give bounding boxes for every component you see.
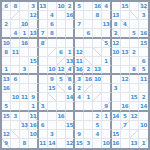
cell-r8-c13-empty[interactable]	[112, 66, 121, 75]
cell-r5-c7-empty[interactable]	[57, 39, 66, 48]
cell-r14-c9-empty[interactable]	[75, 121, 84, 130]
cell-r5-c6-empty[interactable]	[48, 39, 57, 48]
cell-r9-c13-empty[interactable]	[112, 75, 121, 84]
cell-r5-c5-given[interactable]: 8	[39, 39, 48, 48]
cell-r1-c14-given[interactable]: 15	[121, 2, 130, 11]
cell-r11-c7-empty[interactable]	[57, 93, 66, 102]
cell-r15-c11-given[interactable]: 4	[93, 130, 102, 139]
cell-r12-c15-empty[interactable]	[130, 102, 139, 111]
cell-r3-c14-given[interactable]: 4	[121, 20, 130, 29]
cell-r7-c5-empty[interactable]	[39, 57, 48, 66]
cell-r8-c11-given[interactable]: 13	[93, 66, 102, 75]
cell-r13-c6-empty[interactable]	[48, 112, 57, 121]
cell-r7-c11-empty[interactable]	[93, 57, 102, 66]
cell-r11-c4-given[interactable]: 9	[29, 93, 38, 102]
cell-r16-c15-given[interactable]: 13	[130, 139, 139, 148]
cell-r1-c8-given[interactable]: 2	[66, 2, 75, 11]
cell-r14-c10-empty[interactable]	[84, 121, 93, 130]
cell-r3-c15-empty[interactable]	[130, 20, 139, 29]
cell-r12-c8-empty[interactable]	[66, 102, 75, 111]
cell-r15-c13-given[interactable]: 15	[112, 130, 121, 139]
cell-r12-c3-empty[interactable]	[20, 102, 29, 111]
cell-r16-c10-given[interactable]: 3	[84, 139, 93, 148]
cell-r5-c1-given[interactable]: 10	[2, 39, 11, 48]
cell-r9-c7-given[interactable]: 5	[57, 75, 66, 84]
cell-r8-c6-given[interactable]: 10	[48, 66, 57, 75]
cell-r12-c14-given[interactable]: 16	[121, 102, 130, 111]
cell-r5-c15-empty[interactable]	[130, 39, 139, 48]
cell-r12-c16-given[interactable]: 14	[139, 102, 148, 111]
cell-r10-c1-given[interactable]: 16	[2, 84, 11, 93]
cell-r15-c16-empty[interactable]	[139, 130, 148, 139]
cell-r15-c14-empty[interactable]	[121, 130, 130, 139]
cell-r3-c12-given[interactable]: 13	[102, 20, 111, 29]
cell-r12-c13-empty[interactable]	[112, 102, 121, 111]
cell-r8-c1-given[interactable]: 1	[2, 66, 11, 75]
cell-r4-c3-given[interactable]: 1	[20, 29, 29, 38]
cell-r13-c7-given[interactable]: 16	[57, 112, 66, 121]
cell-r1-c16-given[interactable]: 12	[139, 2, 148, 11]
cell-r14-c3-given[interactable]: 13	[20, 121, 29, 130]
cell-r6-c12-empty[interactable]	[102, 48, 111, 57]
cell-r2-c15-empty[interactable]	[130, 11, 139, 20]
cell-r10-c8-given[interactable]: 6	[66, 84, 75, 93]
cell-r12-c2-empty[interactable]	[11, 102, 20, 111]
cell-r9-c8-given[interactable]: 8	[66, 75, 75, 84]
cell-r9-c12-empty[interactable]	[102, 75, 111, 84]
cell-r14-c13-empty[interactable]	[112, 121, 121, 130]
cell-r1-c9-given[interactable]: 5	[75, 2, 84, 11]
cell-r16-c11-empty[interactable]	[93, 139, 102, 148]
cell-r2-c11-given[interactable]: 8	[93, 11, 102, 20]
cell-r16-c14-empty[interactable]	[121, 139, 130, 148]
cell-r14-c1-empty[interactable]	[2, 121, 11, 130]
cell-r3-c7-empty[interactable]	[57, 20, 66, 29]
cell-r2-c16-given[interactable]: 3	[139, 11, 148, 20]
cell-r7-c9-given[interactable]: 11	[75, 57, 84, 66]
cell-r16-c16-given[interactable]: 1	[139, 139, 148, 148]
cell-r2-c1-empty[interactable]	[2, 11, 11, 20]
cell-r5-c10-empty[interactable]	[84, 39, 93, 48]
cell-r1-c1-given[interactable]: 6	[2, 2, 11, 11]
cell-r10-c3-empty[interactable]	[20, 84, 29, 93]
cell-r12-c4-given[interactable]: 1	[29, 102, 38, 111]
cell-r2-c7-empty[interactable]	[57, 11, 66, 20]
cell-r6-c13-given[interactable]: 10	[112, 48, 121, 57]
cell-r11-c9-given[interactable]: 4	[75, 93, 84, 102]
cell-r8-c4-empty[interactable]	[29, 66, 38, 75]
cell-r15-c5-empty[interactable]	[39, 130, 48, 139]
cell-r4-c9-empty[interactable]	[75, 29, 84, 38]
cell-r4-c7-empty[interactable]	[57, 29, 66, 38]
cell-r10-c13-given[interactable]: 3	[112, 84, 121, 93]
cell-r6-c14-given[interactable]: 13	[121, 48, 130, 57]
cell-r7-c6-empty[interactable]	[48, 57, 57, 66]
cell-r5-c14-empty[interactable]	[121, 39, 130, 48]
cell-r9-c4-empty[interactable]	[29, 75, 38, 84]
cell-r4-c16-given[interactable]: 16	[139, 29, 148, 38]
cell-r2-c10-empty[interactable]	[84, 11, 93, 20]
cell-r5-c9-empty[interactable]	[75, 39, 84, 48]
cell-r3-c5-empty[interactable]	[39, 20, 48, 29]
cell-r2-c5-empty[interactable]	[39, 11, 48, 20]
cell-r14-c4-given[interactable]: 16	[29, 121, 38, 130]
cell-r4-c14-empty[interactable]	[121, 29, 130, 38]
cell-r10-c10-empty[interactable]	[84, 84, 93, 93]
cell-r7-c12-given[interactable]: 1	[102, 57, 111, 66]
cell-r3-c3-given[interactable]: 10	[20, 20, 29, 29]
cell-r3-c2-empty[interactable]	[11, 20, 20, 29]
cell-r1-c7-given[interactable]: 10	[57, 2, 66, 11]
cell-r6-c15-given[interactable]: 2	[130, 48, 139, 57]
cell-r9-c9-given[interactable]: 3	[75, 75, 84, 84]
cell-r13-c4-given[interactable]: 11	[29, 112, 38, 121]
cell-r12-c9-empty[interactable]	[75, 102, 84, 111]
cell-r12-c12-given[interactable]: 9	[102, 102, 111, 111]
cell-r9-c14-given[interactable]: 12	[121, 75, 130, 84]
cell-r7-c14-empty[interactable]	[121, 57, 130, 66]
cell-r3-c11-empty[interactable]	[93, 20, 102, 29]
cell-r6-c8-given[interactable]: 1	[66, 48, 75, 57]
cell-r16-c13-given[interactable]: 16	[112, 139, 121, 148]
cell-r6-c1-given[interactable]: 8	[2, 48, 11, 57]
cell-r16-c8-given[interactable]: 12	[66, 139, 75, 148]
cell-r10-c4-empty[interactable]	[29, 84, 38, 93]
cell-r13-c15-given[interactable]: 12	[130, 112, 139, 121]
cell-r10-c5-empty[interactable]	[39, 84, 48, 93]
cell-r8-c14-empty[interactable]	[121, 66, 130, 75]
cell-r2-c13-given[interactable]: 13	[112, 11, 121, 20]
cell-r9-c15-empty[interactable]	[130, 75, 139, 84]
cell-r6-c2-given[interactable]: 11	[11, 48, 20, 57]
cell-r10-c12-empty[interactable]	[102, 84, 111, 93]
cell-r15-c2-empty[interactable]	[11, 130, 20, 139]
cell-r4-c15-given[interactable]: 5	[130, 29, 139, 38]
cell-r7-c4-given[interactable]: 15	[29, 57, 38, 66]
cell-r13-c9-empty[interactable]	[75, 112, 84, 121]
cell-r13-c16-empty[interactable]	[139, 112, 148, 121]
cell-r2-c6-given[interactable]: 4	[48, 11, 57, 20]
cell-r3-c4-empty[interactable]	[29, 20, 38, 29]
cell-r12-c5-given[interactable]: 3	[39, 102, 48, 111]
cell-r9-c11-given[interactable]: 10	[93, 75, 102, 84]
cell-r6-c9-given[interactable]: 12	[75, 48, 84, 57]
cell-r5-c2-empty[interactable]	[11, 39, 20, 48]
cell-r13-c11-given[interactable]: 2	[93, 112, 102, 121]
cell-r1-c4-given[interactable]: 3	[29, 2, 38, 11]
cell-r11-c13-empty[interactable]	[112, 93, 121, 102]
cell-r8-c7-given[interactable]: 12	[57, 66, 66, 75]
cell-r1-c10-empty[interactable]	[84, 2, 93, 11]
cell-r7-c10-empty[interactable]	[84, 57, 93, 66]
cell-r2-c14-empty[interactable]	[121, 11, 130, 20]
cell-r6-c3-empty[interactable]	[20, 48, 29, 57]
cell-r14-c12-empty[interactable]	[102, 121, 111, 130]
cell-r7-c8-given[interactable]: 13	[66, 57, 75, 66]
cell-r5-c4-empty[interactable]	[29, 39, 38, 48]
cell-r3-c1-given[interactable]: 2	[2, 20, 11, 29]
cell-r10-c6-given[interactable]: 15	[48, 84, 57, 93]
cell-r8-c10-given[interactable]: 2	[84, 66, 93, 75]
cell-r5-c16-given[interactable]: 15	[139, 39, 148, 48]
cell-r2-c4-given[interactable]: 12	[29, 11, 38, 20]
cell-r11-c1-empty[interactable]	[2, 93, 11, 102]
cell-r10-c11-empty[interactable]	[93, 84, 102, 93]
cell-r3-c8-empty[interactable]	[66, 20, 75, 29]
cell-r11-c10-given[interactable]: 1	[84, 93, 93, 102]
cell-r8-c15-given[interactable]: 8	[130, 66, 139, 75]
cell-r4-c11-empty[interactable]	[93, 29, 102, 38]
cell-r3-c16-empty[interactable]	[139, 20, 148, 29]
cell-r2-c12-empty[interactable]	[102, 11, 111, 20]
cell-r7-c3-empty[interactable]	[20, 57, 29, 66]
cell-r11-c3-given[interactable]: 11	[20, 93, 29, 102]
cell-r14-c8-given[interactable]: 15	[66, 121, 75, 130]
cell-r11-c16-given[interactable]: 2	[139, 93, 148, 102]
cell-r10-c14-empty[interactable]	[121, 84, 130, 93]
cell-r13-c14-given[interactable]: 5	[121, 112, 130, 121]
cell-r13-c2-given[interactable]: 3	[11, 112, 20, 121]
cell-r13-c8-empty[interactable]	[66, 112, 75, 121]
cell-r8-c9-given[interactable]: 16	[75, 66, 84, 75]
cell-r13-c13-given[interactable]: 14	[112, 112, 121, 121]
cell-r13-c12-given[interactable]: 1	[102, 112, 111, 121]
cell-r15-c6-given[interactable]: 3	[48, 130, 57, 139]
cell-r1-c15-empty[interactable]	[130, 2, 139, 11]
sudoku-board: 6831310251641512124168133210671384411378…	[0, 0, 150, 150]
cell-r3-c13-given[interactable]: 8	[112, 20, 121, 29]
cell-r1-c6-empty[interactable]	[48, 2, 57, 11]
cell-r13-c10-empty[interactable]	[84, 112, 93, 121]
cell-r4-c6-given[interactable]: 8	[48, 29, 57, 38]
cell-r14-c6-empty[interactable]	[48, 121, 57, 130]
cell-r11-c6-empty[interactable]	[48, 93, 57, 102]
cell-r2-c3-empty[interactable]	[20, 11, 29, 20]
cell-r14-c2-empty[interactable]	[11, 121, 20, 130]
cell-r4-c13-given[interactable]: 2	[112, 29, 121, 38]
cell-r16-c6-given[interactable]: 14	[48, 139, 57, 148]
cell-r3-c10-empty[interactable]	[84, 20, 93, 29]
cell-r9-c1-given[interactable]: 13	[2, 75, 11, 84]
cell-r13-c5-empty[interactable]	[39, 112, 48, 121]
cell-r7-c13-empty[interactable]	[112, 57, 121, 66]
cell-r6-c7-given[interactable]: 6	[57, 48, 66, 57]
cell-r10-c9-given[interactable]: 2	[75, 84, 84, 93]
cell-r15-c8-empty[interactable]	[66, 130, 75, 139]
cell-r5-c8-empty[interactable]	[66, 39, 75, 48]
cell-r15-c7-empty[interactable]	[57, 130, 66, 139]
cell-r16-c5-given[interactable]: 11	[39, 139, 48, 148]
cell-r1-c3-empty[interactable]	[20, 2, 29, 11]
cell-r9-c10-given[interactable]: 16	[84, 75, 93, 84]
cell-r2-c2-empty[interactable]	[11, 11, 20, 20]
cell-r4-c10-given[interactable]: 6	[84, 29, 93, 38]
cell-r1-c13-empty[interactable]	[112, 2, 121, 11]
cell-r5-c11-empty[interactable]	[93, 39, 102, 48]
cell-r11-c12-empty[interactable]	[102, 93, 111, 102]
cell-r14-c16-given[interactable]: 10	[139, 121, 148, 130]
cell-r4-c4-given[interactable]: 13	[29, 29, 38, 38]
cell-r16-c2-empty[interactable]	[11, 139, 20, 148]
cell-r15-c15-empty[interactable]	[130, 130, 139, 139]
cell-r4-c12-empty[interactable]	[102, 29, 111, 38]
cell-r11-c15-given[interactable]: 15	[130, 93, 139, 102]
cell-r6-c6-empty[interactable]	[48, 48, 57, 57]
cell-r4-c1-empty[interactable]	[2, 29, 11, 38]
cell-r5-c13-given[interactable]: 12	[112, 39, 121, 48]
cell-r13-c1-given[interactable]: 15	[2, 112, 11, 121]
cell-r8-c3-given[interactable]: 3	[20, 66, 29, 75]
cell-r2-c9-empty[interactable]	[75, 11, 84, 20]
cell-r11-c11-empty[interactable]	[93, 93, 102, 102]
cell-r9-c5-empty[interactable]	[39, 75, 48, 84]
cell-r5-c12-given[interactable]: 5	[102, 39, 111, 48]
cell-r8-c16-given[interactable]: 5	[139, 66, 148, 75]
cell-r10-c7-empty[interactable]	[57, 84, 66, 93]
cell-r16-c1-given[interactable]: 9	[2, 139, 11, 148]
cell-r6-c10-empty[interactable]	[84, 48, 93, 57]
cell-r15-c4-given[interactable]: 10	[29, 130, 38, 139]
cell-r4-c5-given[interactable]: 7	[39, 29, 48, 38]
cell-r9-c6-given[interactable]: 9	[48, 75, 57, 84]
cell-r6-c4-empty[interactable]	[29, 48, 38, 57]
cell-r15-c1-given[interactable]: 12	[2, 130, 11, 139]
cell-r9-c3-empty[interactable]	[20, 75, 29, 84]
cell-r7-c7-empty[interactable]	[57, 57, 66, 66]
cell-r11-c8-given[interactable]: 14	[66, 93, 75, 102]
cell-r10-c16-empty[interactable]	[139, 84, 148, 93]
cell-r14-c11-given[interactable]: 5	[93, 121, 102, 130]
cell-r10-c2-empty[interactable]	[11, 84, 20, 93]
cell-r1-c2-given[interactable]: 8	[11, 2, 20, 11]
cell-r11-c2-given[interactable]: 10	[11, 93, 20, 102]
cell-r7-c2-empty[interactable]	[11, 57, 20, 66]
cell-r16-c7-empty[interactable]	[57, 139, 66, 148]
cell-r15-c3-empty[interactable]	[20, 130, 29, 139]
cell-r12-c6-empty[interactable]	[48, 102, 57, 111]
cell-r1-c12-given[interactable]: 4	[102, 2, 111, 11]
cell-r16-c9-given[interactable]: 15	[75, 139, 84, 148]
cell-r16-c12-given[interactable]: 10	[102, 139, 111, 148]
cell-r1-c11-given[interactable]: 16	[93, 2, 102, 11]
cell-r13-c3-empty[interactable]	[20, 112, 29, 121]
cell-r12-c10-empty[interactable]	[84, 102, 93, 111]
cell-r8-c2-empty[interactable]	[11, 66, 20, 75]
cell-r14-c15-empty[interactable]	[130, 121, 139, 130]
cell-r12-c1-given[interactable]: 5	[2, 102, 11, 111]
cell-r11-c5-empty[interactable]	[39, 93, 48, 102]
cell-r6-c5-empty[interactable]	[39, 48, 48, 57]
cell-r15-c9-given[interactable]: 9	[75, 130, 84, 139]
cell-r9-c2-given[interactable]: 6	[11, 75, 20, 84]
cell-r5-c3-given[interactable]: 16	[20, 39, 29, 48]
cell-r12-c7-empty[interactable]	[57, 102, 66, 111]
cell-r4-c2-given[interactable]: 4	[11, 29, 20, 38]
cell-r14-c5-given[interactable]: 6	[39, 121, 48, 130]
cell-r3-c9-given[interactable]: 7	[75, 20, 84, 29]
cell-r8-c12-empty[interactable]	[102, 66, 111, 75]
cell-r2-c8-given[interactable]: 16	[66, 11, 75, 20]
cell-r8-c5-empty[interactable]	[39, 66, 48, 75]
cell-r3-c6-given[interactable]: 6	[48, 20, 57, 29]
cell-r7-c1-empty[interactable]	[2, 57, 11, 66]
cell-r14-c14-given[interactable]: 7	[121, 121, 130, 130]
cell-r6-c16-empty[interactable]	[139, 48, 148, 57]
cell-r4-c8-empty[interactable]	[66, 29, 75, 38]
cell-r14-c7-empty[interactable]	[57, 121, 66, 130]
cell-r12-c11-empty[interactable]	[93, 102, 102, 111]
cell-r7-c16-given[interactable]: 6	[139, 57, 148, 66]
cell-r8-c8-given[interactable]: 4	[66, 66, 75, 75]
cell-r15-c10-empty[interactable]	[84, 130, 93, 139]
cell-r15-c12-empty[interactable]	[102, 130, 111, 139]
cell-r11-c14-empty[interactable]	[121, 93, 130, 102]
cell-r1-c5-given[interactable]: 13	[39, 2, 48, 11]
cell-r16-c4-empty[interactable]	[29, 139, 38, 148]
cell-r7-c15-empty[interactable]	[130, 57, 139, 66]
cell-r9-c16-given[interactable]: 11	[139, 75, 148, 84]
cell-r16-c3-given[interactable]: 8	[20, 139, 29, 148]
cell-r10-c15-empty[interactable]	[130, 84, 139, 93]
cell-r6-c11-empty[interactable]	[93, 48, 102, 57]
